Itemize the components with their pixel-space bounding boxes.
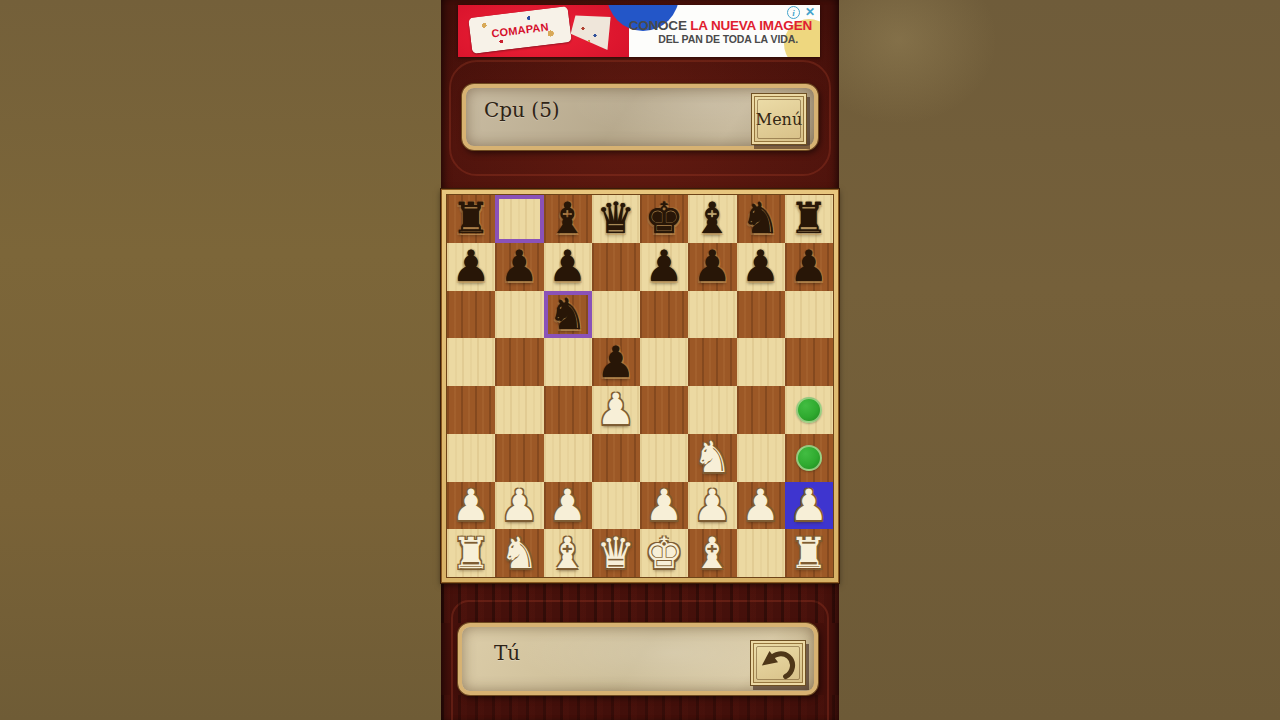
square-e7[interactable]: ♟ [640, 243, 688, 291]
square-b1[interactable]: ♞ [495, 529, 543, 577]
square-d2[interactable] [592, 482, 640, 530]
black-pawn-f7[interactable]: ♟ [693, 245, 732, 288]
square-a1[interactable]: ♜ [447, 529, 495, 577]
square-e5[interactable] [640, 338, 688, 386]
white-pawn-f2[interactable]: ♟ [693, 484, 732, 527]
square-h1[interactable]: ♜ [785, 529, 833, 577]
white-pawn-c2[interactable]: ♟ [548, 484, 587, 527]
square-g8[interactable]: ♞ [737, 195, 785, 243]
square-d8[interactable]: ♛ [592, 195, 640, 243]
square-f5[interactable] [688, 338, 736, 386]
black-bishop-c8[interactable]: ♝ [548, 197, 587, 240]
undo-button[interactable] [750, 640, 806, 686]
white-pawn-a2[interactable]: ♟ [452, 484, 491, 527]
black-king-e8[interactable]: ♚ [645, 197, 684, 240]
white-knight-f3[interactable]: ♞ [693, 436, 732, 479]
black-pawn-d5[interactable]: ♟ [597, 341, 636, 384]
square-d5[interactable]: ♟ [592, 338, 640, 386]
square-c6[interactable]: ♞ [544, 291, 592, 339]
square-d4[interactable]: ♟ [592, 386, 640, 434]
square-c7[interactable]: ♟ [544, 243, 592, 291]
black-pawn-e7[interactable]: ♟ [645, 245, 684, 288]
square-a7[interactable]: ♟ [447, 243, 495, 291]
ad-headline: CONOCE LA NUEVA IMAGEN [629, 18, 812, 33]
square-a6[interactable] [447, 291, 495, 339]
black-pawn-c7[interactable]: ♟ [548, 245, 587, 288]
square-e2[interactable]: ♟ [640, 482, 688, 530]
legal-move-dot-h4[interactable] [796, 397, 822, 423]
square-g4[interactable] [737, 386, 785, 434]
square-b2[interactable]: ♟ [495, 482, 543, 530]
ad-bread-bag-image: COMAPAN [468, 6, 572, 54]
black-rook-a8[interactable]: ♜ [452, 197, 491, 240]
opponent-name-label: Cpu (5) [484, 98, 560, 122]
board-grid: ♜♝♛♚♝♞♜♟♟♟♟♟♟♟♞♟♟♞♟♟♟♟♟♟♟♜♞♝♛♚♝♜ [447, 195, 833, 577]
square-c3[interactable] [544, 434, 592, 482]
curtain-texture [441, 583, 839, 623]
ad-headline-prefix: CONOCE [629, 18, 691, 33]
black-queen-d8[interactable]: ♛ [597, 197, 636, 240]
square-g6[interactable] [737, 291, 785, 339]
square-d6[interactable] [592, 291, 640, 339]
square-f7[interactable]: ♟ [688, 243, 736, 291]
menu-button[interactable]: Menú [751, 93, 807, 145]
letterbox-left [0, 0, 441, 720]
square-h8[interactable]: ♜ [785, 195, 833, 243]
ad-brand-logo: COMAPAN [491, 21, 549, 40]
ad-close-icon[interactable]: ✕ [805, 6, 815, 19]
square-e1[interactable]: ♚ [640, 529, 688, 577]
white-rook-h1[interactable]: ♜ [790, 532, 829, 575]
square-b5[interactable] [495, 338, 543, 386]
white-pawn-b2[interactable]: ♟ [500, 484, 539, 527]
square-b6[interactable] [495, 291, 543, 339]
screen: COMAPAN CONOCE LA NUEVA IMAGEN DEL PAN D… [0, 0, 1280, 720]
white-queen-d1[interactable]: ♛ [597, 532, 636, 575]
white-pawn-d4[interactable]: ♟ [597, 388, 636, 431]
square-e4[interactable] [640, 386, 688, 434]
square-h3[interactable] [785, 434, 833, 482]
square-c5[interactable] [544, 338, 592, 386]
black-pawn-a7[interactable]: ♟ [452, 245, 491, 288]
ad-bread-slice-image [571, 14, 611, 50]
square-f6[interactable] [688, 291, 736, 339]
square-f2[interactable]: ♟ [688, 482, 736, 530]
white-pawn-e2[interactable]: ♟ [645, 484, 684, 527]
square-a2[interactable]: ♟ [447, 482, 495, 530]
black-pawn-b7[interactable]: ♟ [500, 245, 539, 288]
ad-headline-highlight: LA NUEVA IMAGEN [690, 18, 812, 33]
square-b7[interactable]: ♟ [495, 243, 543, 291]
square-g1[interactable] [737, 529, 785, 577]
square-c8[interactable]: ♝ [544, 195, 592, 243]
curtain-texture-bottom [441, 695, 839, 720]
white-pawn-h2[interactable]: ♟ [790, 484, 829, 527]
square-g2[interactable]: ♟ [737, 482, 785, 530]
menu-button-label: Menú [756, 110, 802, 129]
legal-move-dot-h3[interactable] [796, 445, 822, 471]
white-knight-b1[interactable]: ♞ [500, 532, 539, 575]
square-f4[interactable] [688, 386, 736, 434]
letterbox-right [839, 0, 1280, 720]
square-h2[interactable]: ♟ [785, 482, 833, 530]
square-h5[interactable] [785, 338, 833, 386]
square-b3[interactable] [495, 434, 543, 482]
black-bishop-f8[interactable]: ♝ [693, 197, 732, 240]
square-c1[interactable]: ♝ [544, 529, 592, 577]
square-a5[interactable] [447, 338, 495, 386]
square-e6[interactable] [640, 291, 688, 339]
white-king-e1[interactable]: ♚ [645, 532, 684, 575]
player-bar: Tú [458, 623, 818, 695]
square-h4[interactable] [785, 386, 833, 434]
ad-info-icon[interactable]: i [787, 6, 800, 19]
square-g5[interactable] [737, 338, 785, 386]
square-h7[interactable]: ♟ [785, 243, 833, 291]
square-b8[interactable] [495, 195, 543, 243]
square-c4[interactable] [544, 386, 592, 434]
white-pawn-g2[interactable]: ♟ [741, 484, 780, 527]
square-e3[interactable] [640, 434, 688, 482]
square-b4[interactable] [495, 386, 543, 434]
ad-subline: DEL PAN DE TODA LA VIDA. [658, 33, 798, 45]
square-d3[interactable] [592, 434, 640, 482]
white-bishop-c1[interactable]: ♝ [548, 532, 587, 575]
square-a8[interactable]: ♜ [447, 195, 495, 243]
opponent-bar: Cpu (5) Menú [462, 84, 818, 150]
white-bishop-f1[interactable]: ♝ [693, 532, 732, 575]
chess-board: ♜♝♛♚♝♞♜♟♟♟♟♟♟♟♞♟♟♞♟♟♟♟♟♟♟♜♞♝♛♚♝♜ [441, 189, 839, 583]
square-g3[interactable] [737, 434, 785, 482]
black-pawn-g7[interactable]: ♟ [741, 245, 780, 288]
square-g7[interactable]: ♟ [737, 243, 785, 291]
square-f8[interactable]: ♝ [688, 195, 736, 243]
ad-brand-panel: COMAPAN [458, 5, 629, 57]
black-rook-h8[interactable]: ♜ [790, 197, 829, 240]
square-h6[interactable] [785, 291, 833, 339]
square-a3[interactable] [447, 434, 495, 482]
ad-banner[interactable]: COMAPAN CONOCE LA NUEVA IMAGEN DEL PAN D… [458, 5, 820, 57]
black-knight-g8[interactable]: ♞ [741, 197, 780, 240]
square-e8[interactable]: ♚ [640, 195, 688, 243]
square-f3[interactable]: ♞ [688, 434, 736, 482]
black-pawn-h7[interactable]: ♟ [790, 245, 829, 288]
square-d7[interactable] [592, 243, 640, 291]
white-rook-a1[interactable]: ♜ [452, 532, 491, 575]
square-d1[interactable]: ♛ [592, 529, 640, 577]
black-knight-c6[interactable]: ♞ [548, 293, 587, 336]
square-f1[interactable]: ♝ [688, 529, 736, 577]
undo-arrow-icon [759, 646, 797, 680]
square-c2[interactable]: ♟ [544, 482, 592, 530]
chess-app-window: COMAPAN CONOCE LA NUEVA IMAGEN DEL PAN D… [441, 0, 839, 720]
player-name-label: Tú [494, 641, 520, 665]
square-a4[interactable] [447, 386, 495, 434]
